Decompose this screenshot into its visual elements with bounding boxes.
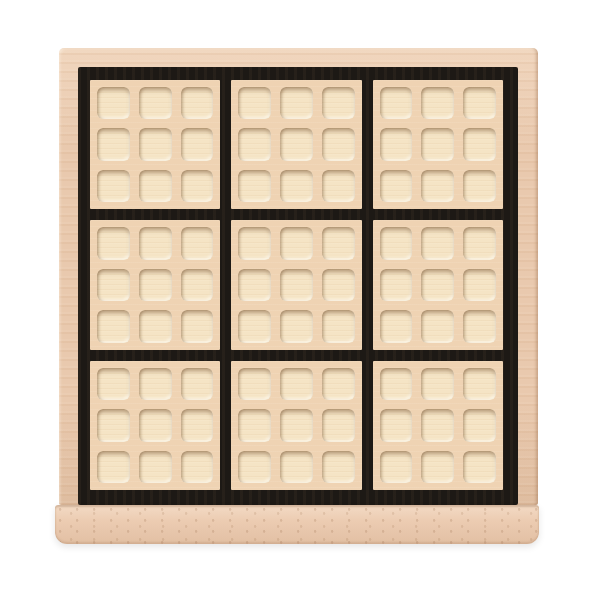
cell-r5c5[interactable] xyxy=(280,269,313,301)
cell-r8c7[interactable] xyxy=(380,409,413,441)
cell-r5c6[interactable] xyxy=(322,269,355,301)
cell-r6c9[interactable] xyxy=(463,310,496,342)
cell-r3c5[interactable] xyxy=(280,170,313,202)
cell-r6c3[interactable] xyxy=(181,310,214,342)
cell-r8c5[interactable] xyxy=(280,409,313,441)
cell-r8c4[interactable] xyxy=(238,409,271,441)
cell-r7c5[interactable] xyxy=(280,368,313,400)
cell-r5c3[interactable] xyxy=(181,269,214,301)
box-1-1 xyxy=(90,80,220,209)
wooden-frame xyxy=(59,48,538,505)
cell-r9c2[interactable] xyxy=(139,451,172,483)
cell-r4c6[interactable] xyxy=(322,227,355,259)
cell-r6c2[interactable] xyxy=(139,310,172,342)
box-1-3 xyxy=(373,80,503,209)
cell-r4c8[interactable] xyxy=(421,227,454,259)
cell-r4c1[interactable] xyxy=(97,227,130,259)
sudoku-grid xyxy=(90,80,503,490)
cell-r6c7[interactable] xyxy=(380,310,413,342)
cell-r5c9[interactable] xyxy=(463,269,496,301)
cell-r7c2[interactable] xyxy=(139,368,172,400)
box-2-2 xyxy=(231,220,361,349)
cell-r6c4[interactable] xyxy=(238,310,271,342)
cell-r3c1[interactable] xyxy=(97,170,130,202)
cell-r6c6[interactable] xyxy=(322,310,355,342)
cell-r7c4[interactable] xyxy=(238,368,271,400)
cell-r6c5[interactable] xyxy=(280,310,313,342)
grid-border-band xyxy=(78,67,518,505)
cell-r2c5[interactable] xyxy=(280,128,313,160)
cell-r1c2[interactable] xyxy=(139,87,172,119)
cell-r2c1[interactable] xyxy=(97,128,130,160)
cell-r6c1[interactable] xyxy=(97,310,130,342)
cell-r5c4[interactable] xyxy=(238,269,271,301)
cell-r9c5[interactable] xyxy=(280,451,313,483)
sudoku-board xyxy=(59,48,539,545)
cell-r3c8[interactable] xyxy=(421,170,454,202)
cell-r4c7[interactable] xyxy=(380,227,413,259)
cell-r9c7[interactable] xyxy=(380,451,413,483)
cell-r1c9[interactable] xyxy=(463,87,496,119)
cell-r9c4[interactable] xyxy=(238,451,271,483)
cell-r6c8[interactable] xyxy=(421,310,454,342)
cell-r5c8[interactable] xyxy=(421,269,454,301)
cell-r2c9[interactable] xyxy=(463,128,496,160)
cell-r3c3[interactable] xyxy=(181,170,214,202)
cell-r5c7[interactable] xyxy=(380,269,413,301)
box-2-1 xyxy=(90,220,220,349)
box-3-1 xyxy=(90,361,220,490)
cell-r7c6[interactable] xyxy=(322,368,355,400)
cell-r3c6[interactable] xyxy=(322,170,355,202)
cell-r8c6[interactable] xyxy=(322,409,355,441)
cell-r3c9[interactable] xyxy=(463,170,496,202)
cell-r1c3[interactable] xyxy=(181,87,214,119)
cell-r9c1[interactable] xyxy=(97,451,130,483)
cell-r4c9[interactable] xyxy=(463,227,496,259)
box-3-2 xyxy=(231,361,361,490)
cell-r8c9[interactable] xyxy=(463,409,496,441)
cell-r9c9[interactable] xyxy=(463,451,496,483)
box-1-2 xyxy=(231,80,361,209)
cell-r3c7[interactable] xyxy=(380,170,413,202)
cell-r5c1[interactable] xyxy=(97,269,130,301)
cell-r2c6[interactable] xyxy=(322,128,355,160)
cell-r7c9[interactable] xyxy=(463,368,496,400)
cell-r8c1[interactable] xyxy=(97,409,130,441)
box-3-3 xyxy=(373,361,503,490)
cell-r4c2[interactable] xyxy=(139,227,172,259)
cell-r1c6[interactable] xyxy=(322,87,355,119)
box-2-3 xyxy=(373,220,503,349)
cell-r1c1[interactable] xyxy=(97,87,130,119)
cell-r9c8[interactable] xyxy=(421,451,454,483)
cell-r7c8[interactable] xyxy=(421,368,454,400)
cell-r1c8[interactable] xyxy=(421,87,454,119)
cell-r1c7[interactable] xyxy=(380,87,413,119)
cell-r4c5[interactable] xyxy=(280,227,313,259)
cell-r8c2[interactable] xyxy=(139,409,172,441)
cell-r1c5[interactable] xyxy=(280,87,313,119)
cell-r1c4[interactable] xyxy=(238,87,271,119)
cell-r8c3[interactable] xyxy=(181,409,214,441)
cell-r9c6[interactable] xyxy=(322,451,355,483)
cell-r3c2[interactable] xyxy=(139,170,172,202)
cell-r4c4[interactable] xyxy=(238,227,271,259)
cell-r3c4[interactable] xyxy=(238,170,271,202)
cell-r2c7[interactable] xyxy=(380,128,413,160)
cell-r2c8[interactable] xyxy=(421,128,454,160)
cell-r7c1[interactable] xyxy=(97,368,130,400)
tile-tray xyxy=(55,505,539,544)
cell-r5c2[interactable] xyxy=(139,269,172,301)
cell-r2c2[interactable] xyxy=(139,128,172,160)
cell-r8c8[interactable] xyxy=(421,409,454,441)
cell-r2c3[interactable] xyxy=(181,128,214,160)
cell-r4c3[interactable] xyxy=(181,227,214,259)
cell-r7c7[interactable] xyxy=(380,368,413,400)
cell-r7c3[interactable] xyxy=(181,368,214,400)
cell-r9c3[interactable] xyxy=(181,451,214,483)
cell-r2c4[interactable] xyxy=(238,128,271,160)
